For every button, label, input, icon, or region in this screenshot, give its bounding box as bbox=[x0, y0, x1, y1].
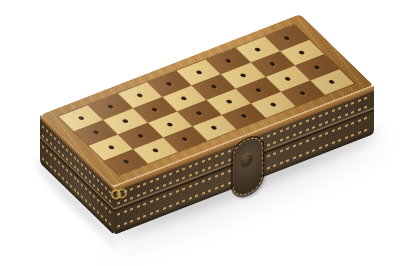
peg-hole bbox=[298, 50, 306, 55]
product-photo-scene bbox=[0, 0, 400, 266]
peg-hole bbox=[196, 111, 204, 116]
peg-hole bbox=[137, 133, 145, 138]
peg-hole bbox=[122, 119, 130, 124]
peg-hole bbox=[225, 99, 233, 104]
peg-hole bbox=[151, 107, 159, 112]
peg-hole bbox=[269, 62, 277, 67]
peg-hole bbox=[328, 79, 336, 84]
peg-hole bbox=[284, 76, 292, 81]
peg-hole bbox=[269, 102, 277, 107]
peg-hole bbox=[166, 122, 174, 127]
peg-hole bbox=[313, 65, 321, 70]
interlocking-gg-logo-icon bbox=[108, 184, 129, 199]
peg-hole bbox=[195, 70, 203, 75]
peg-hole bbox=[211, 125, 219, 130]
peg-hole bbox=[239, 73, 247, 78]
peg-hole bbox=[107, 104, 115, 109]
peg-hole bbox=[77, 116, 85, 121]
peg-hole bbox=[224, 58, 232, 63]
peg-hole bbox=[299, 91, 307, 96]
peg-hole bbox=[283, 36, 291, 41]
peg-hole bbox=[107, 145, 115, 150]
peg-hole bbox=[254, 47, 262, 52]
peg-hole bbox=[240, 114, 248, 119]
peg-hole bbox=[92, 130, 100, 135]
peg-hole bbox=[181, 137, 189, 142]
peg-hole bbox=[152, 148, 160, 153]
peg-hole bbox=[254, 88, 262, 93]
peg-hole bbox=[165, 81, 173, 86]
peg-hole bbox=[122, 160, 130, 165]
peg-hole bbox=[136, 93, 144, 98]
peg-hole bbox=[180, 96, 188, 101]
peg-hole bbox=[210, 85, 218, 90]
